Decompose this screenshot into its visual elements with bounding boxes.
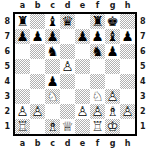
square-b5 <box>30 59 45 74</box>
file-label: d <box>60 0 75 11</box>
rank-label: 8 <box>0 14 12 29</box>
file-label: a <box>15 0 30 11</box>
piece-white-king-fill: ♚ <box>105 119 120 134</box>
square-d5: ♟♙ <box>60 59 75 74</box>
piece-black-knight: ♞ <box>45 44 60 59</box>
piece-white-bishop: ♗ <box>105 104 120 119</box>
square-b1 <box>30 119 45 134</box>
square-d2 <box>60 104 75 119</box>
square-f4 <box>90 74 105 89</box>
square-c2 <box>45 104 60 119</box>
piece-white-queen-fill: ♛ <box>60 119 75 134</box>
square-c1: ♝♗ <box>45 119 60 134</box>
piece-white-bishop: ♗ <box>45 119 60 134</box>
file-label: d <box>60 138 75 150</box>
square-g1: ♚♔ <box>105 119 120 134</box>
file-label: e <box>75 138 90 150</box>
file-label: g <box>105 0 120 11</box>
piece-white-pawn-fill: ♟ <box>15 104 30 119</box>
piece-black-pawn: ♟ <box>120 29 135 44</box>
piece-white-pawn: ♙ <box>105 89 120 104</box>
square-e3 <box>75 89 90 104</box>
piece-black-pawn: ♟ <box>45 74 60 89</box>
square-e7: ♟ <box>75 29 90 44</box>
piece-black-bishop: ♝ <box>45 14 60 29</box>
square-a1: ♜♖ <box>15 119 30 134</box>
piece-black-king: ♚ <box>105 14 120 29</box>
square-g4 <box>105 74 120 89</box>
piece-white-bishop-fill: ♝ <box>45 119 60 134</box>
square-e5 <box>75 59 90 74</box>
rank-label: 1 <box>138 119 150 134</box>
piece-white-rook: ♖ <box>15 119 30 134</box>
file-labels-top: abcdefgh <box>15 0 135 11</box>
file-label: c <box>45 0 60 11</box>
piece-white-pawn-fill: ♟ <box>90 104 105 119</box>
square-c5 <box>45 59 60 74</box>
square-a6 <box>15 44 30 59</box>
square-f2: ♟♙ <box>90 104 105 119</box>
square-e2: ♟♙ <box>75 104 90 119</box>
square-h7: ♟ <box>120 29 135 44</box>
piece-black-bishop: ♝ <box>105 29 120 44</box>
file-label: c <box>45 138 60 150</box>
square-d1: ♛♕ <box>60 119 75 134</box>
rank-label: 8 <box>138 14 150 29</box>
square-a5 <box>15 59 30 74</box>
rank-label: 2 <box>138 104 150 119</box>
piece-white-king: ♔ <box>105 119 120 134</box>
square-f1: ♜♖ <box>90 119 105 134</box>
file-label: b <box>30 0 45 11</box>
square-g7: ♝ <box>105 29 120 44</box>
piece-black-rook: ♜ <box>15 14 30 29</box>
square-f6: ♞ <box>90 44 105 59</box>
square-h8 <box>120 14 135 29</box>
square-b8 <box>30 14 45 29</box>
rank-label: 6 <box>0 44 12 59</box>
square-c6: ♞ <box>45 44 60 59</box>
file-label: f <box>90 138 105 150</box>
square-h2: ♟♙ <box>120 104 135 119</box>
piece-white-pawn: ♙ <box>120 104 135 119</box>
file-label: g <box>105 138 120 150</box>
square-c3: ♞♘ <box>45 89 60 104</box>
square-e4 <box>75 74 90 89</box>
square-d7 <box>60 29 75 44</box>
file-labels-bottom: abcdefgh <box>15 138 135 150</box>
piece-white-pawn-fill: ♟ <box>30 104 45 119</box>
square-c4: ♟ <box>45 74 60 89</box>
piece-white-pawn: ♙ <box>15 104 30 119</box>
piece-black-knight: ♞ <box>90 44 105 59</box>
square-c7: ♟ <box>45 29 60 44</box>
piece-black-pawn: ♟ <box>105 44 120 59</box>
file-label: f <box>90 0 105 11</box>
piece-white-knight: ♘ <box>45 89 60 104</box>
chess-board: ♜♝♛♜♚♟♟♟♟♟♝♟♞♞♟♟♙♟♞♘♞♘♟♙♟♙♟♙♟♙♟♙♝♗♟♙♜♖♝♗… <box>13 12 137 136</box>
chess-diagram: abcdefgh 87654321 87654321 abcdefgh ♜♝♛♜… <box>0 0 150 150</box>
square-b7: ♟ <box>30 29 45 44</box>
square-d4 <box>60 74 75 89</box>
square-a2: ♟♙ <box>15 104 30 119</box>
square-c8: ♝ <box>45 14 60 29</box>
square-g2: ♝♗ <box>105 104 120 119</box>
square-a8: ♜ <box>15 14 30 29</box>
piece-black-pawn: ♟ <box>90 29 105 44</box>
rank-label: 6 <box>138 44 150 59</box>
piece-black-pawn: ♟ <box>75 29 90 44</box>
square-b4 <box>30 74 45 89</box>
square-a4 <box>15 74 30 89</box>
piece-white-pawn: ♙ <box>75 104 90 119</box>
piece-white-knight-fill: ♞ <box>90 89 105 104</box>
square-h5 <box>120 59 135 74</box>
square-f7: ♟ <box>90 29 105 44</box>
rank-label: 7 <box>138 29 150 44</box>
square-d8: ♛ <box>60 14 75 29</box>
square-b2: ♟♙ <box>30 104 45 119</box>
square-g8: ♚ <box>105 14 120 29</box>
rank-label: 4 <box>0 74 12 89</box>
piece-white-knight-fill: ♞ <box>45 89 60 104</box>
piece-white-pawn-fill: ♟ <box>75 104 90 119</box>
square-g6: ♟ <box>105 44 120 59</box>
piece-white-pawn-fill: ♟ <box>60 59 75 74</box>
file-label: e <box>75 0 90 11</box>
file-label: b <box>30 138 45 150</box>
piece-white-queen: ♕ <box>60 119 75 134</box>
rank-label: 4 <box>138 74 150 89</box>
square-h1 <box>120 119 135 134</box>
square-h6 <box>120 44 135 59</box>
rank-labels-right: 87654321 <box>138 14 150 134</box>
square-a3 <box>15 89 30 104</box>
square-d6 <box>60 44 75 59</box>
rank-label: 1 <box>0 119 12 134</box>
rank-label: 7 <box>0 29 12 44</box>
square-h4 <box>120 74 135 89</box>
piece-white-pawn-fill: ♟ <box>120 104 135 119</box>
piece-white-rook: ♖ <box>90 119 105 134</box>
piece-white-rook-fill: ♜ <box>90 119 105 134</box>
rank-label: 3 <box>0 89 12 104</box>
rank-labels-left: 87654321 <box>0 14 12 134</box>
square-f8: ♜ <box>90 14 105 29</box>
square-d3 <box>60 89 75 104</box>
file-label: a <box>15 138 30 150</box>
square-f5 <box>90 59 105 74</box>
square-e6 <box>75 44 90 59</box>
square-b6 <box>30 44 45 59</box>
piece-white-bishop-fill: ♝ <box>105 104 120 119</box>
rank-label: 2 <box>0 104 12 119</box>
square-a7: ♟ <box>15 29 30 44</box>
file-label: h <box>120 0 135 11</box>
square-g3: ♟♙ <box>105 89 120 104</box>
piece-white-knight: ♘ <box>90 89 105 104</box>
piece-black-queen: ♛ <box>60 14 75 29</box>
piece-white-pawn: ♙ <box>60 59 75 74</box>
piece-black-rook: ♜ <box>90 14 105 29</box>
rank-label: 5 <box>138 59 150 74</box>
square-f3: ♞♘ <box>90 89 105 104</box>
piece-white-pawn: ♙ <box>30 104 45 119</box>
piece-black-pawn: ♟ <box>15 29 30 44</box>
rank-label: 3 <box>138 89 150 104</box>
piece-black-pawn: ♟ <box>30 29 45 44</box>
file-label: h <box>120 138 135 150</box>
piece-white-pawn-fill: ♟ <box>105 89 120 104</box>
square-g5 <box>105 59 120 74</box>
square-b3 <box>30 89 45 104</box>
square-e8 <box>75 14 90 29</box>
square-e1 <box>75 119 90 134</box>
rank-label: 5 <box>0 59 12 74</box>
square-h3 <box>120 89 135 104</box>
piece-black-pawn: ♟ <box>45 29 60 44</box>
piece-white-pawn: ♙ <box>90 104 105 119</box>
piece-white-rook-fill: ♜ <box>15 119 30 134</box>
